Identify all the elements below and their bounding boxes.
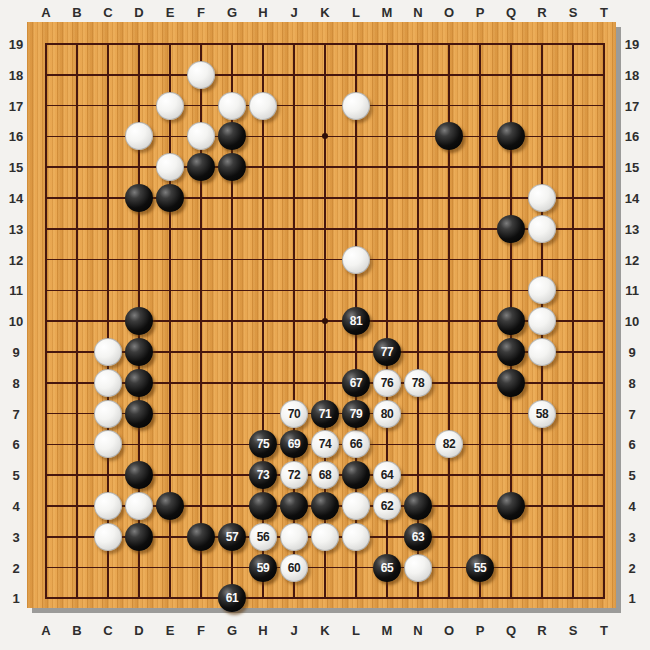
row-label-left-18: 18 — [9, 67, 23, 82]
stone-black-E14 — [156, 184, 184, 212]
move-number: 71 — [319, 408, 332, 420]
stone-black-L10-move-81: 81 — [342, 307, 370, 335]
row-label-right-1: 1 — [628, 591, 635, 606]
go-board[interactable]: 5556575859606162636465666768697071727374… — [27, 22, 616, 608]
stone-black-Q16 — [497, 122, 525, 150]
stone-black-D8 — [125, 369, 153, 397]
move-number: 65 — [381, 562, 394, 574]
move-number: 64 — [381, 469, 394, 481]
stone-black-H5-move-73: 73 — [249, 461, 277, 489]
stone-black-Q10 — [497, 307, 525, 335]
stone-black-M2-move-65: 65 — [373, 554, 401, 582]
stone-black-G16 — [218, 122, 246, 150]
row-label-right-2: 2 — [628, 560, 635, 575]
move-number: 81 — [350, 315, 363, 327]
stone-white-J7-move-70: 70 — [280, 400, 308, 428]
col-label-top-E: E — [166, 5, 175, 20]
col-label-bottom-F: F — [197, 623, 205, 638]
row-label-left-16: 16 — [9, 129, 23, 144]
stone-black-K7-move-71: 71 — [311, 400, 339, 428]
row-label-left-7: 7 — [12, 406, 19, 421]
row-label-left-3: 3 — [12, 529, 19, 544]
grid-vline-T — [603, 43, 605, 599]
move-number: 69 — [288, 438, 301, 450]
stone-black-Q4 — [497, 492, 525, 520]
stone-white-R9 — [528, 338, 556, 366]
row-label-right-6: 6 — [628, 437, 635, 452]
move-number: 75 — [257, 438, 270, 450]
stone-black-G3-move-57: 57 — [218, 523, 246, 551]
col-label-bottom-J: J — [290, 623, 297, 638]
grid-hline-2 — [45, 567, 605, 569]
row-label-left-10: 10 — [9, 314, 23, 329]
stone-black-F15 — [187, 153, 215, 181]
row-label-left-13: 13 — [9, 221, 23, 236]
move-number: 79 — [350, 408, 363, 420]
stone-black-G15 — [218, 153, 246, 181]
stone-black-J6-move-69: 69 — [280, 430, 308, 458]
stone-black-Q8 — [497, 369, 525, 397]
row-label-left-6: 6 — [12, 437, 19, 452]
move-number: 61 — [226, 592, 239, 604]
stone-white-E15 — [156, 153, 184, 181]
stone-black-O16 — [435, 122, 463, 150]
col-label-top-C: C — [103, 5, 112, 20]
row-label-left-14: 14 — [9, 191, 23, 206]
row-label-left-17: 17 — [9, 98, 23, 113]
col-label-top-H: H — [258, 5, 267, 20]
col-label-top-K: K — [320, 5, 329, 20]
row-label-right-18: 18 — [625, 67, 639, 82]
stone-white-L17 — [342, 92, 370, 120]
col-label-bottom-P: P — [476, 623, 485, 638]
col-label-top-O: O — [444, 5, 454, 20]
move-number: 72 — [288, 469, 301, 481]
col-label-top-S: S — [569, 5, 578, 20]
col-label-bottom-O: O — [444, 623, 454, 638]
col-label-top-A: A — [41, 5, 50, 20]
row-label-left-1: 1 — [12, 591, 19, 606]
stone-white-C6 — [94, 430, 122, 458]
col-label-bottom-R: R — [537, 623, 546, 638]
stone-black-H4 — [249, 492, 277, 520]
stone-white-M4-move-62: 62 — [373, 492, 401, 520]
move-number: 55 — [474, 562, 487, 574]
col-label-bottom-E: E — [166, 623, 175, 638]
stone-white-E17 — [156, 92, 184, 120]
col-label-bottom-A: A — [41, 623, 50, 638]
row-label-left-8: 8 — [12, 375, 19, 390]
col-label-bottom-K: K — [320, 623, 329, 638]
row-label-right-12: 12 — [625, 252, 639, 267]
row-label-left-19: 19 — [9, 37, 23, 52]
col-label-bottom-G: G — [227, 623, 237, 638]
stone-black-N3-move-63: 63 — [404, 523, 432, 551]
row-label-right-11: 11 — [625, 283, 639, 298]
stone-black-D10 — [125, 307, 153, 335]
col-label-bottom-Q: Q — [506, 623, 516, 638]
stone-black-G1-move-61: 61 — [218, 584, 246, 612]
stone-white-M8-move-76: 76 — [373, 369, 401, 397]
grid-vline-P — [479, 43, 481, 599]
row-label-right-15: 15 — [625, 160, 639, 175]
stone-black-J4 — [280, 492, 308, 520]
row-label-right-17: 17 — [625, 98, 639, 113]
stone-black-D3 — [125, 523, 153, 551]
col-label-top-M: M — [382, 5, 393, 20]
row-label-right-5: 5 — [628, 468, 635, 483]
stone-white-C3 — [94, 523, 122, 551]
move-number: 82 — [443, 438, 456, 450]
col-label-top-Q: Q — [506, 5, 516, 20]
row-label-left-2: 2 — [12, 560, 19, 575]
stone-white-K6-move-74: 74 — [311, 430, 339, 458]
move-number: 59 — [257, 562, 270, 574]
stone-white-F18 — [187, 61, 215, 89]
move-number: 68 — [319, 469, 332, 481]
row-label-right-10: 10 — [625, 314, 639, 329]
stone-black-P2-move-55: 55 — [466, 554, 494, 582]
move-number: 57 — [226, 531, 239, 543]
stone-white-L6-move-66: 66 — [342, 430, 370, 458]
stone-white-O6-move-82: 82 — [435, 430, 463, 458]
col-label-top-R: R — [537, 5, 546, 20]
stone-black-D14 — [125, 184, 153, 212]
move-number: 73 — [257, 469, 270, 481]
move-number: 78 — [412, 377, 425, 389]
star-point-K16 — [322, 133, 328, 139]
row-label-right-4: 4 — [628, 499, 635, 514]
stone-white-L12 — [342, 246, 370, 274]
col-label-top-F: F — [197, 5, 205, 20]
move-number: 67 — [350, 377, 363, 389]
stone-white-L4 — [342, 492, 370, 520]
col-label-bottom-D: D — [134, 623, 143, 638]
col-label-bottom-T: T — [600, 623, 608, 638]
move-number: 80 — [381, 408, 394, 420]
stone-white-C8 — [94, 369, 122, 397]
col-label-top-N: N — [413, 5, 422, 20]
row-label-right-14: 14 — [625, 191, 639, 206]
stone-black-H6-move-75: 75 — [249, 430, 277, 458]
move-number: 56 — [257, 531, 270, 543]
row-label-right-16: 16 — [625, 129, 639, 144]
stone-black-L8-move-67: 67 — [342, 369, 370, 397]
row-label-right-3: 3 — [628, 529, 635, 544]
col-label-top-P: P — [476, 5, 485, 20]
move-number: 58 — [536, 408, 549, 420]
col-label-top-G: G — [227, 5, 237, 20]
stone-white-J2-move-60: 60 — [280, 554, 308, 582]
move-number: 76 — [381, 377, 394, 389]
stone-black-M9-move-77: 77 — [373, 338, 401, 366]
stone-white-G17 — [218, 92, 246, 120]
stone-black-H2-move-59: 59 — [249, 554, 277, 582]
row-label-left-11: 11 — [9, 283, 23, 298]
row-label-left-12: 12 — [9, 252, 23, 267]
go-diagram-page: 5556575859606162636465666768697071727374… — [0, 0, 650, 650]
stone-white-D4 — [125, 492, 153, 520]
move-number: 63 — [412, 531, 425, 543]
col-label-bottom-B: B — [72, 623, 81, 638]
row-label-left-15: 15 — [9, 160, 23, 175]
col-label-top-J: J — [290, 5, 297, 20]
stone-white-R13 — [528, 215, 556, 243]
row-label-right-13: 13 — [625, 221, 639, 236]
col-label-bottom-H: H — [258, 623, 267, 638]
col-label-top-L: L — [352, 5, 360, 20]
stone-white-H3-move-56: 56 — [249, 523, 277, 551]
stone-black-F3 — [187, 523, 215, 551]
row-label-right-9: 9 — [628, 345, 635, 360]
stone-black-E4 — [156, 492, 184, 520]
stone-white-H17 — [249, 92, 277, 120]
col-label-top-D: D — [134, 5, 143, 20]
stone-white-R7-move-58: 58 — [528, 400, 556, 428]
stone-white-C4 — [94, 492, 122, 520]
stone-white-R11 — [528, 276, 556, 304]
stone-white-D16 — [125, 122, 153, 150]
stone-white-N8-move-78: 78 — [404, 369, 432, 397]
row-label-right-19: 19 — [625, 37, 639, 52]
stone-black-K4 — [311, 492, 339, 520]
grid-vline-S — [572, 43, 574, 599]
stone-black-Q9 — [497, 338, 525, 366]
col-label-bottom-M: M — [382, 623, 393, 638]
stone-black-D7 — [125, 400, 153, 428]
stone-white-L3 — [342, 523, 370, 551]
stone-white-M7-move-80: 80 — [373, 400, 401, 428]
row-label-left-5: 5 — [12, 468, 19, 483]
stone-white-R10 — [528, 307, 556, 335]
stone-white-J5-move-72: 72 — [280, 461, 308, 489]
move-number: 60 — [288, 562, 301, 574]
stone-black-L5 — [342, 461, 370, 489]
col-label-top-T: T — [600, 5, 608, 20]
move-number: 62 — [381, 500, 394, 512]
stone-white-C7 — [94, 400, 122, 428]
grid-hline-1 — [45, 597, 605, 599]
row-label-right-7: 7 — [628, 406, 635, 421]
stone-black-L7-move-79: 79 — [342, 400, 370, 428]
stone-white-M5-move-64: 64 — [373, 461, 401, 489]
col-label-bottom-N: N — [413, 623, 422, 638]
move-number: 66 — [350, 438, 363, 450]
stone-white-R14 — [528, 184, 556, 212]
stone-white-K5-move-68: 68 — [311, 461, 339, 489]
stone-black-D9 — [125, 338, 153, 366]
move-number: 70 — [288, 408, 301, 420]
row-label-left-4: 4 — [12, 499, 19, 514]
move-number: 74 — [319, 438, 332, 450]
row-label-left-9: 9 — [12, 345, 19, 360]
stone-black-Q13 — [497, 215, 525, 243]
move-number: 77 — [381, 346, 394, 358]
stone-white-J3 — [280, 523, 308, 551]
stone-white-F16 — [187, 122, 215, 150]
row-label-right-8: 8 — [628, 375, 635, 390]
col-label-bottom-L: L — [352, 623, 360, 638]
col-label-top-B: B — [72, 5, 81, 20]
stone-white-C9 — [94, 338, 122, 366]
col-label-bottom-S: S — [569, 623, 578, 638]
stone-black-N4 — [404, 492, 432, 520]
stone-white-N2 — [404, 554, 432, 582]
stone-white-K3 — [311, 523, 339, 551]
col-label-bottom-C: C — [103, 623, 112, 638]
stone-black-D5 — [125, 461, 153, 489]
star-point-K10 — [322, 318, 328, 324]
